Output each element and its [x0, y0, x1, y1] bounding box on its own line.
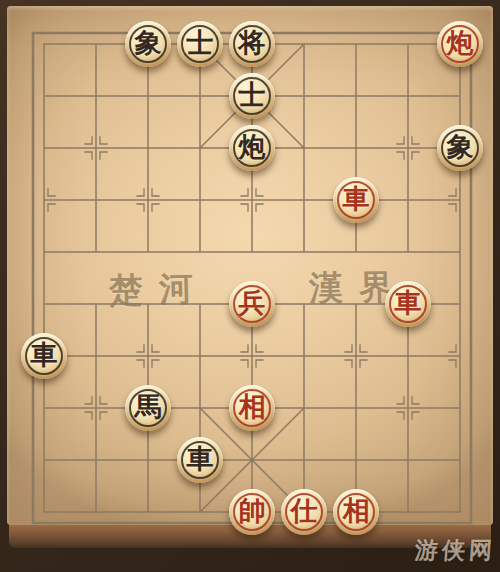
piece-red-chariot[interactable]: 車: [385, 281, 431, 327]
piece-glyph: 象: [135, 30, 162, 57]
piece-black-advisor[interactable]: 士: [229, 73, 275, 119]
piece-glyph: 車: [395, 290, 422, 317]
piece-glyph: 士: [239, 82, 266, 109]
piece-glyph: 兵: [239, 290, 266, 317]
piece-glyph: 炮: [447, 30, 474, 57]
piece-glyph: 仕: [291, 498, 318, 525]
piece-black-elephant[interactable]: 象: [125, 21, 171, 67]
piece-red-general[interactable]: 帥: [229, 489, 275, 535]
watermark-text: 游侠网: [414, 535, 497, 566]
piece-black-advisor[interactable]: 士: [177, 21, 223, 67]
piece-glyph: 帥: [239, 498, 266, 525]
piece-glyph: 車: [31, 342, 58, 369]
piece-red-soldier[interactable]: 兵: [229, 281, 275, 327]
piece-red-chariot[interactable]: 車: [333, 177, 379, 223]
piece-glyph: 車: [343, 186, 370, 213]
piece-black-elephant[interactable]: 象: [437, 125, 483, 171]
piece-red-elephant[interactable]: 相: [229, 385, 275, 431]
piece-black-chariot[interactable]: 車: [21, 333, 67, 379]
piece-red-advisor[interactable]: 仕: [281, 489, 327, 535]
piece-red-cannon[interactable]: 炮: [437, 21, 483, 67]
piece-glyph: 象: [447, 134, 474, 161]
pieces-grid: 象士将炮士炮象車兵車車馬相車帥仕相: [18, 18, 486, 538]
piece-glyph: 士: [187, 30, 214, 57]
piece-glyph: 炮: [239, 134, 266, 161]
piece-black-chariot[interactable]: 車: [177, 437, 223, 483]
piece-black-horse[interactable]: 馬: [125, 385, 171, 431]
xiangqi-board-photo: 楚河 漢界 象士将炮士炮象車兵車車馬相車帥仕相 游侠网: [0, 0, 500, 572]
piece-glyph: 馬: [135, 394, 162, 421]
piece-glyph: 相: [343, 498, 370, 525]
piece-glyph: 相: [239, 394, 266, 421]
piece-red-elephant[interactable]: 相: [333, 489, 379, 535]
piece-black-cannon[interactable]: 炮: [229, 125, 275, 171]
piece-glyph: 将: [239, 30, 266, 57]
piece-glyph: 車: [187, 446, 214, 473]
piece-black-general[interactable]: 将: [229, 21, 275, 67]
